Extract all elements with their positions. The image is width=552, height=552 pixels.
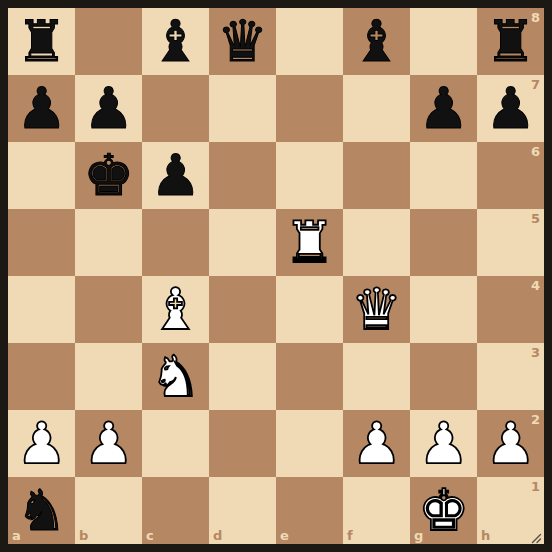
- square-f6[interactable]: [343, 142, 410, 209]
- square-d8[interactable]: ♛: [209, 8, 276, 75]
- square-b2[interactable]: ♟: [75, 410, 142, 477]
- rank-label-6: 6: [531, 145, 540, 158]
- black-rook[interactable]: ♜: [485, 8, 536, 75]
- board-frame: ♜♝♛♝♜8♟♟♟♟7♚♟6♜5♝♛4♞3♟♟♟♟♟2♞abcdef♚g1h: [0, 0, 552, 552]
- file-label-b: b: [79, 529, 88, 542]
- black-knight[interactable]: ♞: [16, 477, 67, 544]
- rank-label-1: 1: [531, 480, 540, 493]
- square-b5[interactable]: [75, 209, 142, 276]
- black-bishop[interactable]: ♝: [351, 8, 402, 75]
- square-e2[interactable]: [276, 410, 343, 477]
- file-label-f: f: [347, 529, 353, 542]
- square-a5[interactable]: [8, 209, 75, 276]
- square-f3[interactable]: [343, 343, 410, 410]
- black-rook[interactable]: ♜: [16, 8, 67, 75]
- black-pawn[interactable]: ♟: [418, 75, 469, 142]
- black-pawn[interactable]: ♟: [83, 75, 134, 142]
- square-h2[interactable]: ♟2: [477, 410, 544, 477]
- square-f4[interactable]: ♛: [343, 276, 410, 343]
- square-b3[interactable]: [75, 343, 142, 410]
- square-b8[interactable]: [75, 8, 142, 75]
- square-g4[interactable]: [410, 276, 477, 343]
- white-pawn[interactable]: ♟: [351, 410, 402, 477]
- square-a4[interactable]: [8, 276, 75, 343]
- white-pawn[interactable]: ♟: [418, 410, 469, 477]
- square-b4[interactable]: [75, 276, 142, 343]
- square-h4[interactable]: 4: [477, 276, 544, 343]
- square-d7[interactable]: [209, 75, 276, 142]
- square-e4[interactable]: [276, 276, 343, 343]
- black-pawn[interactable]: ♟: [150, 142, 201, 209]
- square-f5[interactable]: [343, 209, 410, 276]
- square-d5[interactable]: [209, 209, 276, 276]
- square-b7[interactable]: ♟: [75, 75, 142, 142]
- square-g8[interactable]: [410, 8, 477, 75]
- square-g5[interactable]: [410, 209, 477, 276]
- white-king[interactable]: ♚: [418, 477, 469, 544]
- file-label-d: d: [213, 529, 222, 542]
- square-c7[interactable]: [142, 75, 209, 142]
- square-d3[interactable]: [209, 343, 276, 410]
- square-g3[interactable]: [410, 343, 477, 410]
- square-f7[interactable]: [343, 75, 410, 142]
- file-label-c: c: [146, 529, 154, 542]
- white-queen[interactable]: ♛: [351, 276, 402, 343]
- square-d6[interactable]: [209, 142, 276, 209]
- square-f2[interactable]: ♟: [343, 410, 410, 477]
- square-a8[interactable]: ♜: [8, 8, 75, 75]
- white-pawn[interactable]: ♟: [83, 410, 134, 477]
- square-c3[interactable]: ♞: [142, 343, 209, 410]
- square-e6[interactable]: [276, 142, 343, 209]
- chess-board: ♜♝♛♝♜8♟♟♟♟7♚♟6♜5♝♛4♞3♟♟♟♟♟2♞abcdef♚g1h: [8, 8, 544, 544]
- white-pawn[interactable]: ♟: [16, 410, 67, 477]
- white-pawn[interactable]: ♟: [485, 410, 536, 477]
- square-c2[interactable]: [142, 410, 209, 477]
- square-c8[interactable]: ♝: [142, 8, 209, 75]
- rank-label-5: 5: [531, 212, 540, 225]
- file-label-a: a: [12, 529, 21, 542]
- square-a1[interactable]: ♞a: [8, 477, 75, 544]
- black-queen[interactable]: ♛: [217, 8, 268, 75]
- rank-label-2: 2: [531, 413, 540, 426]
- square-c1[interactable]: c: [142, 477, 209, 544]
- square-h5[interactable]: 5: [477, 209, 544, 276]
- square-b6[interactable]: ♚: [75, 142, 142, 209]
- square-g1[interactable]: ♚g: [410, 477, 477, 544]
- rank-label-3: 3: [531, 346, 540, 359]
- file-label-g: g: [414, 529, 423, 542]
- rank-label-7: 7: [531, 78, 540, 91]
- square-f1[interactable]: f: [343, 477, 410, 544]
- file-label-e: e: [280, 529, 289, 542]
- square-e3[interactable]: [276, 343, 343, 410]
- square-b1[interactable]: b: [75, 477, 142, 544]
- square-d4[interactable]: [209, 276, 276, 343]
- black-king[interactable]: ♚: [83, 142, 134, 209]
- square-c4[interactable]: ♝: [142, 276, 209, 343]
- square-g7[interactable]: ♟: [410, 75, 477, 142]
- square-h3[interactable]: 3: [477, 343, 544, 410]
- square-h1[interactable]: 1h: [477, 477, 544, 544]
- square-a6[interactable]: [8, 142, 75, 209]
- board-resize-handle-icon[interactable]: [530, 530, 542, 542]
- square-e1[interactable]: e: [276, 477, 343, 544]
- square-f8[interactable]: ♝: [343, 8, 410, 75]
- black-pawn[interactable]: ♟: [485, 75, 536, 142]
- black-pawn[interactable]: ♟: [16, 75, 67, 142]
- square-h6[interactable]: 6: [477, 142, 544, 209]
- square-a2[interactable]: ♟: [8, 410, 75, 477]
- square-c5[interactable]: [142, 209, 209, 276]
- square-d2[interactable]: [209, 410, 276, 477]
- square-e7[interactable]: [276, 75, 343, 142]
- square-d1[interactable]: d: [209, 477, 276, 544]
- square-a3[interactable]: [8, 343, 75, 410]
- square-e5[interactable]: ♜: [276, 209, 343, 276]
- square-c6[interactable]: ♟: [142, 142, 209, 209]
- black-bishop[interactable]: ♝: [150, 8, 201, 75]
- square-a7[interactable]: ♟: [8, 75, 75, 142]
- white-rook[interactable]: ♜: [284, 209, 335, 276]
- white-bishop[interactable]: ♝: [150, 276, 201, 343]
- square-h8[interactable]: ♜8: [477, 8, 544, 75]
- rank-label-8: 8: [531, 11, 540, 24]
- white-knight[interactable]: ♞: [150, 343, 201, 410]
- square-h7[interactable]: ♟7: [477, 75, 544, 142]
- square-e8[interactable]: [276, 8, 343, 75]
- rank-label-4: 4: [531, 279, 540, 292]
- square-g2[interactable]: ♟: [410, 410, 477, 477]
- file-label-h: h: [481, 529, 490, 542]
- square-g6[interactable]: [410, 142, 477, 209]
